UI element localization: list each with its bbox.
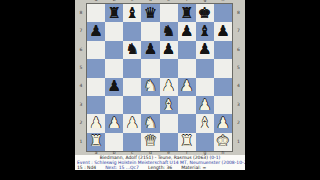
letterbox-right: [245, 0, 320, 180]
square-f7: ♟: [178, 22, 196, 40]
black-pawn-piece: ♟: [162, 42, 175, 57]
square-e6: ♟: [160, 41, 178, 59]
square-c6: ♞: [123, 41, 141, 59]
square-c5: [123, 59, 141, 77]
square-c3: [123, 96, 141, 114]
square-h3: [214, 96, 232, 114]
square-a8: [87, 4, 105, 22]
rank-label-right-4: 4: [232, 78, 245, 96]
black-king-piece: ♚: [198, 5, 211, 20]
file-label-top-d: d: [141, 0, 159, 2]
black-pawn-piece: ♟: [107, 79, 120, 94]
square-d8: ♛: [141, 4, 159, 22]
white-rook-piece: ♜: [89, 134, 102, 149]
file-label-top-h: h: [214, 0, 232, 2]
square-a6: [87, 41, 105, 59]
caption-panel: Biedmann, Adolf (2151) - Teune, Rasmus (…: [75, 155, 245, 170]
square-e1: [160, 133, 178, 151]
square-h7: ♟: [214, 22, 232, 40]
white-rook-piece: ♜: [180, 134, 193, 149]
square-b2: ♟: [105, 114, 123, 132]
square-b8: ♜: [105, 4, 123, 22]
rank-label-right-3: 3: [232, 96, 245, 114]
black-queen-piece: ♛: [144, 5, 157, 20]
chess-widget: abcdefgh 87654321 87654321 ♜♝♛♜♚♟♞♟♝♟♞♟♟…: [75, 0, 245, 180]
square-d1: ♛: [141, 133, 159, 151]
black-rook-piece: ♜: [107, 5, 120, 20]
black-pawn-piece: ♟: [144, 42, 157, 57]
white-pawn-piece: ♟: [216, 115, 229, 130]
black-pawn-piece: ♟: [180, 24, 193, 39]
square-e4: ♟: [160, 78, 178, 96]
material-balance: Material: =: [181, 165, 206, 170]
board-frame: abcdefgh 87654321 87654321 ♜♝♛♜♚♟♞♟♝♟♞♟♟…: [75, 0, 245, 155]
black-knight-piece: ♞: [162, 24, 175, 39]
square-b7: [105, 22, 123, 40]
rank-label-left-6: 6: [75, 41, 87, 59]
square-d4: ♞: [141, 78, 159, 96]
black-rook-piece: ♜: [180, 5, 193, 20]
square-h1: ♚: [214, 133, 232, 151]
rank-labels-left: 87654321: [75, 4, 87, 151]
square-e8: [160, 4, 178, 22]
square-g8: ♚: [196, 4, 214, 22]
rank-label-right-8: 8: [232, 4, 245, 22]
square-g1: [196, 133, 214, 151]
square-b3: [105, 96, 123, 114]
white-bishop-piece: ♝: [162, 97, 175, 112]
square-f6: [178, 41, 196, 59]
white-knight-piece: ♞: [144, 115, 157, 130]
file-labels-top-row: abcdefgh: [87, 0, 232, 2]
rank-labels-right: 87654321: [232, 4, 245, 151]
square-a3: [87, 96, 105, 114]
square-f2: [178, 114, 196, 132]
white-queen-piece: ♛: [144, 134, 157, 149]
square-c2: ♟: [123, 114, 141, 132]
white-pawn-piece: ♟: [162, 79, 175, 94]
rank-label-right-5: 5: [232, 59, 245, 77]
square-e2: [160, 114, 178, 132]
square-a1: ♜: [87, 133, 105, 151]
square-b4: ♟: [105, 78, 123, 96]
square-a7: ♟: [87, 22, 105, 40]
rank-label-right-2: 2: [232, 114, 245, 132]
video-frame: abcdefgh 87654321 87654321 ♜♝♛♜♚♟♞♟♝♟♞♟♟…: [0, 0, 320, 180]
square-d3: [141, 96, 159, 114]
board: ♜♝♛♜♚♟♞♟♝♟♞♟♟♟♟♞♟♟♝♟♟♟♟♞♝♟♜♛♜♚: [87, 4, 232, 151]
file-label-top-e: e: [160, 0, 178, 2]
black-bishop-piece: ♝: [126, 5, 139, 20]
square-e5: [160, 59, 178, 77]
white-knight-piece: ♞: [144, 79, 157, 94]
square-d7: [141, 22, 159, 40]
square-g6: ♟: [196, 41, 214, 59]
square-g4: [196, 78, 214, 96]
black-bishop-piece: ♝: [198, 24, 211, 39]
file-label-top-c: c: [123, 0, 141, 2]
rank-label-left-3: 3: [75, 96, 87, 114]
rank-label-left-5: 5: [75, 59, 87, 77]
square-b6: [105, 41, 123, 59]
black-pawn-piece: ♟: [89, 24, 102, 39]
square-c4: [123, 78, 141, 96]
rank-label-left-7: 7: [75, 22, 87, 40]
letterbox-left: [0, 0, 75, 180]
square-a5: [87, 59, 105, 77]
square-h8: [214, 4, 232, 22]
square-f1: ♜: [178, 133, 196, 151]
white-pawn-piece: ♟: [198, 97, 211, 112]
square-h6: [214, 41, 232, 59]
file-label-top-a: a: [87, 0, 105, 2]
file-label-top-g: g: [196, 0, 214, 2]
square-c7: [123, 22, 141, 40]
square-f5: [178, 59, 196, 77]
square-e7: ♞: [160, 22, 178, 40]
current-move: 15 : Nd4: [77, 165, 96, 170]
rank-label-right-1: 1: [232, 133, 245, 151]
square-a2: ♟: [87, 114, 105, 132]
square-h5: [214, 59, 232, 77]
square-f4: ♟: [178, 78, 196, 96]
square-b1: [105, 133, 123, 151]
square-d5: [141, 59, 159, 77]
square-g7: ♝: [196, 22, 214, 40]
rank-label-right-7: 7: [232, 22, 245, 40]
white-pawn-piece: ♟: [107, 115, 120, 130]
move-info-line: 15 : Nd4 Next: 15 ...Qc7 Length: 36 Mate…: [75, 165, 245, 170]
square-f8: ♜: [178, 4, 196, 22]
square-b5: [105, 59, 123, 77]
square-c8: ♝: [123, 4, 141, 22]
white-bishop-piece: ♝: [198, 115, 211, 130]
rank-label-left-2: 2: [75, 114, 87, 132]
square-g2: ♝: [196, 114, 214, 132]
game-length: Length: 36: [148, 165, 172, 170]
square-e3: ♝: [160, 96, 178, 114]
file-label-top-b: b: [105, 0, 123, 2]
rank-label-left-8: 8: [75, 4, 87, 22]
square-a4: [87, 78, 105, 96]
square-f3: [178, 96, 196, 114]
rank-label-left-4: 4: [75, 78, 87, 96]
rank-label-right-6: 6: [232, 41, 245, 59]
white-king-piece: ♚: [216, 134, 229, 149]
square-c1: [123, 133, 141, 151]
square-h4: [214, 78, 232, 96]
square-h2: ♟: [214, 114, 232, 132]
black-pawn-piece: ♟: [198, 42, 211, 57]
square-g3: ♟: [196, 96, 214, 114]
square-g5: [196, 59, 214, 77]
next-move: Next: 15 ...Qc7: [105, 165, 139, 170]
white-pawn-piece: ♟: [180, 79, 193, 94]
square-d2: ♞: [141, 114, 159, 132]
file-label-top-f: f: [178, 0, 196, 2]
rank-label-left-1: 1: [75, 133, 87, 151]
square-d6: ♟: [141, 41, 159, 59]
black-knight-piece: ♞: [126, 42, 139, 57]
white-pawn-piece: ♟: [126, 115, 139, 130]
white-pawn-piece: ♟: [89, 115, 102, 130]
black-pawn-piece: ♟: [216, 24, 229, 39]
